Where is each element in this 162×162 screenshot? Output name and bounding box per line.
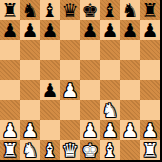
black-pawn-piece[interactable]: ♟ bbox=[41, 20, 58, 40]
square-d8[interactable]: ♛ bbox=[60, 0, 80, 20]
square-e2[interactable]: ♟ bbox=[80, 120, 100, 140]
square-h2[interactable]: ♟ bbox=[140, 120, 160, 140]
square-c7[interactable]: ♟ bbox=[40, 20, 60, 40]
square-g6[interactable] bbox=[120, 40, 140, 60]
black-queen-piece[interactable]: ♛ bbox=[61, 0, 78, 20]
black-pawn-piece[interactable]: ♟ bbox=[121, 20, 138, 40]
black-pawn-piece[interactable]: ♟ bbox=[41, 80, 58, 100]
black-pawn-piece[interactable]: ♟ bbox=[81, 20, 98, 40]
chess-board-container: ♜♞♝♛♚♝♞♜♟♟♟♟♟♟♟♟♟♞♟♟♟♟♟♟♜♞♝♛♚♝♜ bbox=[0, 0, 162, 162]
white-queen-piece[interactable]: ♛ bbox=[61, 140, 78, 160]
square-a7[interactable]: ♟ bbox=[0, 20, 20, 40]
square-g1[interactable] bbox=[120, 140, 140, 160]
black-knight-piece[interactable]: ♞ bbox=[121, 0, 138, 20]
white-pawn-piece[interactable]: ♟ bbox=[81, 120, 98, 140]
white-bishop-piece[interactable]: ♝ bbox=[41, 140, 58, 160]
white-pawn-piece[interactable]: ♟ bbox=[141, 120, 158, 140]
square-f2[interactable]: ♟ bbox=[100, 120, 120, 140]
square-a3[interactable] bbox=[0, 100, 20, 120]
square-d4[interactable]: ♟ bbox=[60, 80, 80, 100]
square-f6[interactable] bbox=[100, 40, 120, 60]
square-d3[interactable] bbox=[60, 100, 80, 120]
black-king-piece[interactable]: ♚ bbox=[81, 0, 98, 20]
white-rook-piece[interactable]: ♜ bbox=[141, 140, 158, 160]
square-e1[interactable]: ♚ bbox=[80, 140, 100, 160]
black-bishop-piece[interactable]: ♝ bbox=[101, 0, 118, 20]
square-e8[interactable]: ♚ bbox=[80, 0, 100, 20]
square-b4[interactable] bbox=[20, 80, 40, 100]
square-a1[interactable]: ♜ bbox=[0, 140, 20, 160]
square-c4[interactable]: ♟ bbox=[40, 80, 60, 100]
square-g4[interactable] bbox=[120, 80, 140, 100]
square-a8[interactable]: ♜ bbox=[0, 0, 20, 20]
white-pawn-piece[interactable]: ♟ bbox=[21, 120, 38, 140]
square-d2[interactable] bbox=[60, 120, 80, 140]
square-h1[interactable]: ♜ bbox=[140, 140, 160, 160]
chess-board: ♜♞♝♛♚♝♞♜♟♟♟♟♟♟♟♟♟♞♟♟♟♟♟♟♜♞♝♛♚♝♜ bbox=[0, 0, 162, 162]
square-b5[interactable] bbox=[20, 60, 40, 80]
square-d6[interactable] bbox=[60, 40, 80, 60]
black-rook-piece[interactable]: ♜ bbox=[141, 0, 158, 20]
square-c5[interactable] bbox=[40, 60, 60, 80]
square-c1[interactable]: ♝ bbox=[40, 140, 60, 160]
square-h5[interactable] bbox=[140, 60, 160, 80]
square-c6[interactable] bbox=[40, 40, 60, 60]
square-b8[interactable]: ♞ bbox=[20, 0, 40, 20]
square-g7[interactable]: ♟ bbox=[120, 20, 140, 40]
square-h6[interactable] bbox=[140, 40, 160, 60]
square-g2[interactable]: ♟ bbox=[120, 120, 140, 140]
square-f3[interactable]: ♞ bbox=[100, 100, 120, 120]
white-knight-piece[interactable]: ♞ bbox=[21, 140, 38, 160]
square-e5[interactable] bbox=[80, 60, 100, 80]
black-pawn-piece[interactable]: ♟ bbox=[101, 20, 118, 40]
square-h7[interactable]: ♟ bbox=[140, 20, 160, 40]
square-b3[interactable] bbox=[20, 100, 40, 120]
square-b7[interactable]: ♟ bbox=[20, 20, 40, 40]
black-pawn-piece[interactable]: ♟ bbox=[21, 20, 38, 40]
square-c8[interactable]: ♝ bbox=[40, 0, 60, 20]
square-g5[interactable] bbox=[120, 60, 140, 80]
white-rook-piece[interactable]: ♜ bbox=[1, 140, 18, 160]
square-h8[interactable]: ♜ bbox=[140, 0, 160, 20]
square-c3[interactable] bbox=[40, 100, 60, 120]
square-f1[interactable]: ♝ bbox=[100, 140, 120, 160]
square-g8[interactable]: ♞ bbox=[120, 0, 140, 20]
square-e7[interactable]: ♟ bbox=[80, 20, 100, 40]
square-d1[interactable]: ♛ bbox=[60, 140, 80, 160]
white-pawn-piece[interactable]: ♟ bbox=[61, 80, 78, 100]
square-g3[interactable] bbox=[120, 100, 140, 120]
square-h3[interactable] bbox=[140, 100, 160, 120]
square-f8[interactable]: ♝ bbox=[100, 0, 120, 20]
black-pawn-piece[interactable]: ♟ bbox=[141, 20, 158, 40]
white-knight-piece[interactable]: ♞ bbox=[101, 100, 118, 120]
square-a2[interactable]: ♟ bbox=[0, 120, 20, 140]
square-b2[interactable]: ♟ bbox=[20, 120, 40, 140]
white-king-piece[interactable]: ♚ bbox=[81, 140, 98, 160]
square-h4[interactable] bbox=[140, 80, 160, 100]
square-e4[interactable] bbox=[80, 80, 100, 100]
white-pawn-piece[interactable]: ♟ bbox=[1, 120, 18, 140]
square-f4[interactable] bbox=[100, 80, 120, 100]
white-bishop-piece[interactable]: ♝ bbox=[101, 140, 118, 160]
square-f5[interactable] bbox=[100, 60, 120, 80]
black-bishop-piece[interactable]: ♝ bbox=[41, 0, 58, 20]
square-d5[interactable] bbox=[60, 60, 80, 80]
black-knight-piece[interactable]: ♞ bbox=[21, 0, 38, 20]
white-pawn-piece[interactable]: ♟ bbox=[121, 120, 138, 140]
square-b1[interactable]: ♞ bbox=[20, 140, 40, 160]
black-rook-piece[interactable]: ♜ bbox=[1, 0, 18, 20]
square-d7[interactable] bbox=[60, 20, 80, 40]
square-b6[interactable] bbox=[20, 40, 40, 60]
black-pawn-piece[interactable]: ♟ bbox=[1, 20, 18, 40]
square-a5[interactable] bbox=[0, 60, 20, 80]
square-f7[interactable]: ♟ bbox=[100, 20, 120, 40]
square-e6[interactable] bbox=[80, 40, 100, 60]
square-c2[interactable] bbox=[40, 120, 60, 140]
square-e3[interactable] bbox=[80, 100, 100, 120]
square-a4[interactable] bbox=[0, 80, 20, 100]
white-pawn-piece[interactable]: ♟ bbox=[101, 120, 118, 140]
square-a6[interactable] bbox=[0, 40, 20, 60]
